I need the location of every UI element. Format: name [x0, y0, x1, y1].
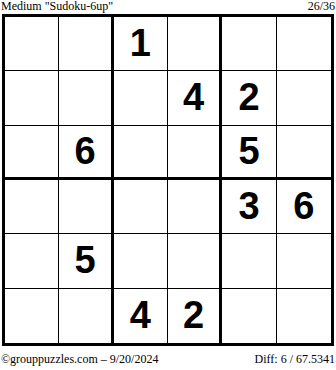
- cell-r1c1[interactable]: [5, 17, 59, 71]
- cell-r4c6[interactable]: 6: [277, 180, 331, 234]
- cell-r2c3[interactable]: [114, 71, 168, 125]
- cell-r1c5[interactable]: [222, 17, 276, 71]
- cell-r5c3[interactable]: [114, 234, 168, 288]
- puzzle-counter: 26/36: [308, 0, 335, 13]
- cell-r3c3[interactable]: [114, 126, 168, 180]
- copyright-date: ©grouppuzzles.com – 9/20/2024: [1, 352, 158, 366]
- cell-r3c4[interactable]: [168, 126, 222, 180]
- cell-r6c4[interactable]: 2: [168, 289, 222, 343]
- cell-r3c2[interactable]: 6: [59, 126, 113, 180]
- cell-r4c5[interactable]: 3: [222, 180, 276, 234]
- cell-r6c3[interactable]: 4: [114, 289, 168, 343]
- cell-r5c2[interactable]: 5: [59, 234, 113, 288]
- cell-r1c3[interactable]: 1: [114, 17, 168, 71]
- cell-r1c4[interactable]: [168, 17, 222, 71]
- cell-r5c1[interactable]: [5, 234, 59, 288]
- cell-r5c5[interactable]: [222, 234, 276, 288]
- cell-r2c5[interactable]: 2: [222, 71, 276, 125]
- cell-r4c3[interactable]: [114, 180, 168, 234]
- cell-r3c5[interactable]: 5: [222, 126, 276, 180]
- cell-r6c2[interactable]: [59, 289, 113, 343]
- cell-r2c4[interactable]: 4: [168, 71, 222, 125]
- puzzle-page: Medium "Sudoku-6up" 26/36 1 4 2 6 5 3 6 …: [0, 0, 336, 370]
- cell-r1c2[interactable]: [59, 17, 113, 71]
- cell-r5c4[interactable]: [168, 234, 222, 288]
- cell-r4c2[interactable]: [59, 180, 113, 234]
- footer: ©grouppuzzles.com – 9/20/2024 Diff: 6 / …: [1, 352, 335, 366]
- header: Medium "Sudoku-6up" 26/36: [1, 0, 335, 13]
- cell-r1c6[interactable]: [277, 17, 331, 71]
- cell-r3c6[interactable]: [277, 126, 331, 180]
- difficulty-rating: Diff: 6 / 67.5341: [255, 352, 335, 366]
- sudoku-board: 1 4 2 6 5 3 6 5 4 2: [2, 14, 334, 346]
- cell-r4c1[interactable]: [5, 180, 59, 234]
- cell-r2c6[interactable]: [277, 71, 331, 125]
- cell-r3c1[interactable]: [5, 126, 59, 180]
- cell-r6c5[interactable]: [222, 289, 276, 343]
- cell-r5c6[interactable]: [277, 234, 331, 288]
- puzzle-title: Medium "Sudoku-6up": [1, 0, 113, 13]
- cell-r4c4[interactable]: [168, 180, 222, 234]
- cell-r2c1[interactable]: [5, 71, 59, 125]
- cell-r6c1[interactable]: [5, 289, 59, 343]
- cell-r2c2[interactable]: [59, 71, 113, 125]
- cell-r6c6[interactable]: [277, 289, 331, 343]
